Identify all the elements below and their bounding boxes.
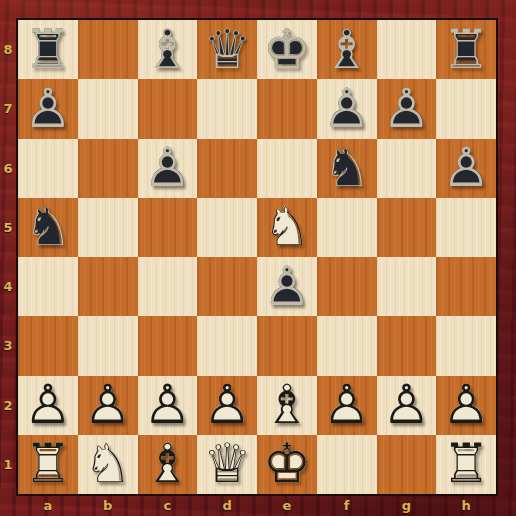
square-e7[interactable]	[257, 79, 317, 138]
piece-glyph-base: ♟	[18, 79, 78, 138]
piece-glyph-base: ♟	[317, 376, 377, 435]
piece-glyph-base: ♛	[197, 20, 257, 79]
square-e3[interactable]	[257, 316, 317, 375]
square-h6[interactable]: ♟♙	[436, 139, 496, 198]
file-label-a: a	[18, 496, 78, 515]
piece-white-queen-d1[interactable]: ♛♕	[197, 435, 257, 494]
square-a1[interactable]: ♜♖	[18, 435, 78, 494]
piece-glyph-base: ♞	[18, 198, 78, 257]
piece-glyph-outline: ♖	[18, 20, 78, 79]
square-e4[interactable]: ♟♙	[257, 257, 317, 316]
piece-glyph-outline: ♗	[138, 435, 198, 494]
piece-white-rook-h1[interactable]: ♜♖	[436, 435, 496, 494]
square-a4[interactable]	[18, 257, 78, 316]
square-h4[interactable]	[436, 257, 496, 316]
square-b4[interactable]	[78, 257, 138, 316]
piece-black-knight-a5[interactable]: ♞♘	[18, 198, 78, 257]
piece-glyph-base: ♟	[377, 79, 437, 138]
square-c5[interactable]	[138, 198, 198, 257]
rank-label-8: 8	[0, 20, 16, 79]
piece-glyph-outline: ♘	[257, 198, 317, 257]
piece-glyph-outline: ♙	[436, 139, 496, 198]
square-f1[interactable]	[317, 435, 377, 494]
piece-glyph-base: ♜	[18, 435, 78, 494]
piece-white-rook-a1[interactable]: ♜♖	[18, 435, 78, 494]
piece-black-bishop-c8[interactable]: ♝♗	[138, 20, 198, 79]
square-f8[interactable]: ♝♗	[317, 20, 377, 79]
square-c4[interactable]	[138, 257, 198, 316]
square-e5[interactable]: ♞♘	[257, 198, 317, 257]
piece-black-knight-f6[interactable]: ♞♘	[317, 139, 377, 198]
rank-label-4: 4	[0, 257, 16, 316]
square-c1[interactable]: ♝♗	[138, 435, 198, 494]
piece-white-bishop-c1[interactable]: ♝♗	[138, 435, 198, 494]
piece-white-pawn-h2[interactable]: ♟♙	[436, 376, 496, 435]
square-f7[interactable]: ♟♙	[317, 79, 377, 138]
chess-board: ♜♖♝♗♛♕♚♔♝♗♜♖♟♙♟♙♟♙♟♙♞♘♟♙♞♘♞♘♟♙♟♙♟♙♟♙♟♙♝♗…	[16, 18, 498, 496]
file-label-e: e	[257, 496, 317, 515]
square-e1[interactable]: ♚♔	[257, 435, 317, 494]
square-h1[interactable]: ♜♖	[436, 435, 496, 494]
piece-white-pawn-g2[interactable]: ♟♙	[377, 376, 437, 435]
piece-white-pawn-f2[interactable]: ♟♙	[317, 376, 377, 435]
piece-glyph-base: ♞	[257, 198, 317, 257]
square-g8[interactable]	[377, 20, 437, 79]
piece-glyph-outline: ♙	[377, 79, 437, 138]
piece-glyph-outline: ♙	[78, 376, 138, 435]
square-g3[interactable]	[377, 316, 437, 375]
file-label-c: c	[138, 496, 198, 515]
piece-white-king-e1[interactable]: ♚♔	[257, 435, 317, 494]
square-d6[interactable]	[197, 139, 257, 198]
piece-glyph-outline: ♖	[436, 435, 496, 494]
square-d3[interactable]	[197, 316, 257, 375]
file-label-d: d	[197, 496, 257, 515]
piece-glyph-base: ♟	[257, 257, 317, 316]
file-labels: abcdefgh	[18, 496, 496, 515]
piece-glyph-base: ♟	[317, 79, 377, 138]
piece-glyph-base: ♜	[436, 20, 496, 79]
square-c2[interactable]: ♟♙	[138, 376, 198, 435]
piece-glyph-base: ♝	[317, 20, 377, 79]
piece-glyph-outline: ♙	[317, 79, 377, 138]
piece-glyph-outline: ♕	[197, 435, 257, 494]
piece-glyph-outline: ♘	[317, 139, 377, 198]
piece-glyph-outline: ♙	[257, 257, 317, 316]
square-b2[interactable]: ♟♙	[78, 376, 138, 435]
piece-glyph-outline: ♙	[18, 79, 78, 138]
square-d7[interactable]	[197, 79, 257, 138]
square-f4[interactable]	[317, 257, 377, 316]
piece-glyph-base: ♜	[436, 435, 496, 494]
piece-glyph-base: ♟	[377, 376, 437, 435]
square-h8[interactable]: ♜♖	[436, 20, 496, 79]
piece-glyph-outline: ♔	[257, 435, 317, 494]
square-f6[interactable]: ♞♘	[317, 139, 377, 198]
piece-glyph-base: ♝	[138, 20, 198, 79]
piece-glyph-base: ♜	[18, 20, 78, 79]
square-a2[interactable]: ♟♙	[18, 376, 78, 435]
square-e2[interactable]: ♝♗	[257, 376, 317, 435]
piece-glyph-outline: ♖	[18, 435, 78, 494]
square-h3[interactable]	[436, 316, 496, 375]
piece-black-bishop-f8[interactable]: ♝♗	[317, 20, 377, 79]
square-b6[interactable]	[78, 139, 138, 198]
square-a6[interactable]	[18, 139, 78, 198]
square-e6[interactable]	[257, 139, 317, 198]
square-e8[interactable]: ♚♔	[257, 20, 317, 79]
piece-white-pawn-d2[interactable]: ♟♙	[197, 376, 257, 435]
square-g2[interactable]: ♟♙	[377, 376, 437, 435]
square-a5[interactable]: ♞♘	[18, 198, 78, 257]
piece-glyph-outline: ♙	[197, 376, 257, 435]
file-label-b: b	[78, 496, 138, 515]
piece-glyph-outline: ♘	[78, 435, 138, 494]
square-a7[interactable]: ♟♙	[18, 79, 78, 138]
piece-glyph-base: ♝	[138, 435, 198, 494]
piece-glyph-outline: ♙	[138, 376, 198, 435]
piece-glyph-base: ♟	[436, 376, 496, 435]
file-label-f: f	[317, 496, 377, 515]
piece-glyph-outline: ♙	[18, 376, 78, 435]
piece-white-pawn-b2[interactable]: ♟♙	[78, 376, 138, 435]
piece-glyph-base: ♟	[138, 139, 198, 198]
piece-glyph-outline: ♙	[377, 376, 437, 435]
rank-label-2: 2	[0, 376, 16, 435]
piece-black-pawn-h6[interactable]: ♟♙	[436, 139, 496, 198]
square-g1[interactable]	[377, 435, 437, 494]
piece-white-knight-b1[interactable]: ♞♘	[78, 435, 138, 494]
piece-glyph-base: ♚	[257, 20, 317, 79]
square-b8[interactable]	[78, 20, 138, 79]
rank-label-7: 7	[0, 79, 16, 138]
square-a3[interactable]	[18, 316, 78, 375]
square-f5[interactable]	[317, 198, 377, 257]
square-c3[interactable]	[138, 316, 198, 375]
piece-glyph-base: ♟	[18, 376, 78, 435]
square-h5[interactable]	[436, 198, 496, 257]
piece-glyph-outline: ♙	[138, 139, 198, 198]
piece-black-pawn-g7[interactable]: ♟♙	[377, 79, 437, 138]
square-d8[interactable]: ♛♕	[197, 20, 257, 79]
piece-white-pawn-a2[interactable]: ♟♙	[18, 376, 78, 435]
board-frame: 87654321 ♜♖♝♗♛♕♚♔♝♗♜♖♟♙♟♙♟♙♟♙♞♘♟♙♞♘♞♘♟♙♟…	[0, 0, 516, 516]
piece-black-pawn-e4[interactable]: ♟♙	[257, 257, 317, 316]
square-b1[interactable]: ♞♘	[78, 435, 138, 494]
square-a8[interactable]: ♜♖	[18, 20, 78, 79]
piece-glyph-base: ♟	[138, 376, 198, 435]
rank-label-6: 6	[0, 139, 16, 198]
piece-glyph-outline: ♔	[257, 20, 317, 79]
piece-glyph-base: ♞	[78, 435, 138, 494]
piece-glyph-base: ♟	[197, 376, 257, 435]
piece-black-rook-h8[interactable]: ♜♖	[436, 20, 496, 79]
square-d1[interactable]: ♛♕	[197, 435, 257, 494]
piece-black-pawn-f7[interactable]: ♟♙	[317, 79, 377, 138]
piece-white-pawn-c2[interactable]: ♟♙	[138, 376, 198, 435]
piece-glyph-outline: ♗	[257, 376, 317, 435]
rank-label-3: 3	[0, 316, 16, 375]
square-g6[interactable]	[377, 139, 437, 198]
piece-glyph-outline: ♙	[436, 376, 496, 435]
piece-white-bishop-e2[interactable]: ♝♗	[257, 376, 317, 435]
piece-black-rook-a8[interactable]: ♜♖	[18, 20, 78, 79]
piece-glyph-outline: ♕	[197, 20, 257, 79]
piece-black-pawn-c6[interactable]: ♟♙	[138, 139, 198, 198]
square-d5[interactable]	[197, 198, 257, 257]
square-c6[interactable]: ♟♙	[138, 139, 198, 198]
rank-label-5: 5	[0, 198, 16, 257]
square-c8[interactable]: ♝♗	[138, 20, 198, 79]
square-f3[interactable]	[317, 316, 377, 375]
piece-black-pawn-a7[interactable]: ♟♙	[18, 79, 78, 138]
square-g5[interactable]	[377, 198, 437, 257]
file-label-h: h	[436, 496, 496, 515]
rank-labels: 87654321	[0, 20, 16, 494]
square-f2[interactable]: ♟♙	[317, 376, 377, 435]
square-d4[interactable]	[197, 257, 257, 316]
piece-glyph-outline: ♗	[317, 20, 377, 79]
square-b3[interactable]	[78, 316, 138, 375]
piece-glyph-base: ♟	[436, 139, 496, 198]
square-h2[interactable]: ♟♙	[436, 376, 496, 435]
piece-glyph-base: ♚	[257, 435, 317, 494]
piece-glyph-base: ♝	[257, 376, 317, 435]
piece-glyph-base: ♛	[197, 435, 257, 494]
square-h7[interactable]	[436, 79, 496, 138]
square-b5[interactable]	[78, 198, 138, 257]
piece-glyph-base: ♞	[317, 139, 377, 198]
rank-label-1: 1	[0, 435, 16, 494]
piece-glyph-outline: ♖	[436, 20, 496, 79]
square-b7[interactable]	[78, 79, 138, 138]
piece-glyph-outline: ♗	[138, 20, 198, 79]
piece-glyph-outline: ♙	[317, 376, 377, 435]
piece-black-king-e8[interactable]: ♚♔	[257, 20, 317, 79]
square-d2[interactable]: ♟♙	[197, 376, 257, 435]
piece-glyph-base: ♟	[78, 376, 138, 435]
piece-black-queen-d8[interactable]: ♛♕	[197, 20, 257, 79]
square-g4[interactable]	[377, 257, 437, 316]
file-label-g: g	[377, 496, 437, 515]
piece-glyph-outline: ♘	[18, 198, 78, 257]
square-g7[interactable]: ♟♙	[377, 79, 437, 138]
piece-white-knight-e5[interactable]: ♞♘	[257, 198, 317, 257]
square-c7[interactable]	[138, 79, 198, 138]
